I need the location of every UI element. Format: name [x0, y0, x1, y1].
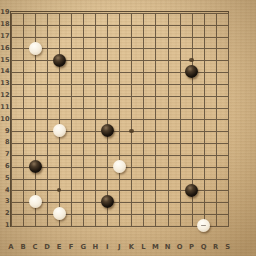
intersection[interactable] — [77, 7, 89, 19]
intersection[interactable] — [77, 19, 89, 31]
intersection[interactable] — [89, 113, 101, 125]
intersection[interactable] — [53, 172, 65, 184]
intersection[interactable] — [29, 19, 41, 31]
intersection[interactable] — [101, 196, 113, 208]
intersection[interactable] — [65, 220, 77, 232]
intersection[interactable] — [210, 113, 222, 125]
intersection[interactable] — [65, 125, 77, 137]
intersection[interactable] — [65, 172, 77, 184]
intersection[interactable] — [29, 149, 41, 161]
intersection[interactable] — [198, 90, 210, 102]
intersection[interactable] — [113, 208, 125, 220]
intersection[interactable] — [113, 172, 125, 184]
intersection[interactable] — [17, 149, 29, 161]
intersection[interactable] — [53, 7, 65, 19]
intersection[interactable] — [161, 54, 173, 66]
intersection[interactable] — [198, 137, 210, 149]
intersection[interactable] — [65, 66, 77, 78]
intersection[interactable] — [65, 78, 77, 90]
intersection[interactable] — [198, 220, 210, 232]
intersection[interactable] — [77, 208, 89, 220]
intersection[interactable] — [210, 137, 222, 149]
intersection[interactable] — [149, 30, 161, 42]
intersection[interactable] — [89, 149, 101, 161]
intersection[interactable] — [113, 42, 125, 54]
intersection[interactable] — [161, 125, 173, 137]
intersection[interactable] — [65, 137, 77, 149]
intersection[interactable] — [198, 196, 210, 208]
intersection[interactable] — [222, 19, 234, 31]
intersection[interactable] — [149, 19, 161, 31]
intersection[interactable] — [41, 184, 53, 196]
intersection[interactable] — [65, 90, 77, 102]
intersection[interactable] — [137, 7, 149, 19]
intersection[interactable] — [125, 184, 137, 196]
intersection[interactable] — [17, 113, 29, 125]
intersection[interactable] — [89, 220, 101, 232]
intersection[interactable] — [113, 78, 125, 90]
intersection[interactable] — [17, 78, 29, 90]
intersection[interactable] — [161, 196, 173, 208]
intersection[interactable] — [41, 161, 53, 173]
intersection[interactable] — [222, 66, 234, 78]
intersection[interactable] — [17, 7, 29, 19]
intersection[interactable] — [198, 172, 210, 184]
intersection[interactable] — [198, 161, 210, 173]
intersection[interactable] — [222, 196, 234, 208]
intersection[interactable] — [101, 220, 113, 232]
intersection[interactable] — [113, 30, 125, 42]
intersection[interactable] — [77, 42, 89, 54]
intersection[interactable] — [77, 149, 89, 161]
intersection[interactable] — [89, 54, 101, 66]
intersection[interactable] — [161, 113, 173, 125]
intersection[interactable] — [101, 208, 113, 220]
intersection[interactable] — [125, 161, 137, 173]
intersection[interactable] — [29, 125, 41, 137]
intersection[interactable] — [101, 90, 113, 102]
intersection[interactable] — [125, 90, 137, 102]
intersection[interactable] — [161, 101, 173, 113]
intersection[interactable] — [149, 220, 161, 232]
intersection[interactable] — [185, 196, 197, 208]
intersection[interactable] — [125, 220, 137, 232]
intersection[interactable] — [173, 125, 185, 137]
intersection[interactable] — [101, 125, 113, 137]
intersection[interactable] — [53, 42, 65, 54]
intersection[interactable] — [53, 184, 65, 196]
intersection[interactable] — [137, 220, 149, 232]
intersection[interactable] — [17, 196, 29, 208]
intersection[interactable] — [29, 172, 41, 184]
intersection[interactable] — [173, 172, 185, 184]
intersection[interactable] — [113, 161, 125, 173]
intersection[interactable] — [77, 54, 89, 66]
intersection[interactable] — [185, 113, 197, 125]
intersection[interactable] — [65, 113, 77, 125]
intersection[interactable] — [210, 54, 222, 66]
intersection[interactable] — [185, 125, 197, 137]
intersection[interactable] — [222, 90, 234, 102]
intersection[interactable] — [77, 66, 89, 78]
intersection[interactable] — [89, 42, 101, 54]
intersection[interactable] — [222, 101, 234, 113]
intersection[interactable] — [161, 7, 173, 19]
intersection[interactable] — [173, 19, 185, 31]
intersection[interactable] — [53, 149, 65, 161]
intersection[interactable] — [149, 172, 161, 184]
intersection[interactable] — [161, 30, 173, 42]
intersection[interactable] — [17, 172, 29, 184]
intersection[interactable] — [222, 42, 234, 54]
intersection[interactable] — [41, 90, 53, 102]
intersection[interactable] — [185, 161, 197, 173]
intersection[interactable] — [149, 42, 161, 54]
intersection[interactable] — [161, 161, 173, 173]
intersection[interactable] — [222, 208, 234, 220]
intersection[interactable] — [198, 42, 210, 54]
intersection[interactable] — [53, 113, 65, 125]
intersection[interactable] — [89, 66, 101, 78]
intersection[interactable] — [17, 66, 29, 78]
intersection[interactable] — [198, 113, 210, 125]
intersection[interactable] — [17, 161, 29, 173]
intersection[interactable] — [198, 66, 210, 78]
intersection[interactable] — [89, 208, 101, 220]
intersection[interactable] — [53, 54, 65, 66]
intersection[interactable] — [101, 101, 113, 113]
intersection[interactable] — [101, 7, 113, 19]
intersection[interactable] — [17, 220, 29, 232]
intersection[interactable] — [137, 125, 149, 137]
intersection[interactable] — [185, 90, 197, 102]
intersection[interactable] — [77, 184, 89, 196]
intersection[interactable] — [222, 184, 234, 196]
intersection[interactable] — [65, 30, 77, 42]
intersection[interactable] — [198, 30, 210, 42]
intersection[interactable] — [77, 113, 89, 125]
intersection[interactable] — [222, 7, 234, 19]
intersection[interactable] — [149, 113, 161, 125]
intersection[interactable] — [65, 196, 77, 208]
intersection[interactable] — [161, 66, 173, 78]
intersection[interactable] — [210, 125, 222, 137]
intersection[interactable] — [137, 42, 149, 54]
intersection[interactable] — [137, 66, 149, 78]
intersection[interactable] — [89, 137, 101, 149]
intersection[interactable] — [17, 101, 29, 113]
intersection[interactable] — [137, 113, 149, 125]
intersection[interactable] — [89, 196, 101, 208]
intersection[interactable] — [125, 54, 137, 66]
intersection[interactable] — [185, 137, 197, 149]
intersection[interactable] — [113, 125, 125, 137]
intersection[interactable] — [210, 66, 222, 78]
intersection[interactable] — [173, 137, 185, 149]
intersection[interactable] — [149, 66, 161, 78]
intersection[interactable] — [173, 7, 185, 19]
intersection[interactable] — [113, 196, 125, 208]
intersection[interactable] — [113, 113, 125, 125]
intersection[interactable] — [198, 149, 210, 161]
intersection[interactable] — [89, 7, 101, 19]
intersection[interactable] — [65, 54, 77, 66]
intersection[interactable] — [210, 42, 222, 54]
intersection[interactable] — [29, 196, 41, 208]
intersection[interactable] — [125, 137, 137, 149]
intersection[interactable] — [210, 196, 222, 208]
intersection[interactable] — [113, 149, 125, 161]
intersection[interactable] — [185, 220, 197, 232]
intersection[interactable] — [65, 101, 77, 113]
intersection[interactable] — [210, 30, 222, 42]
intersection[interactable] — [161, 42, 173, 54]
intersection[interactable] — [198, 19, 210, 31]
intersection[interactable] — [125, 42, 137, 54]
intersection[interactable] — [222, 220, 234, 232]
intersection[interactable] — [149, 101, 161, 113]
intersection[interactable] — [222, 78, 234, 90]
intersection[interactable] — [137, 184, 149, 196]
intersection[interactable] — [149, 161, 161, 173]
intersection[interactable] — [29, 7, 41, 19]
intersection[interactable] — [53, 78, 65, 90]
intersection[interactable] — [161, 137, 173, 149]
intersection[interactable] — [222, 113, 234, 125]
intersection[interactable] — [125, 78, 137, 90]
intersection[interactable] — [173, 66, 185, 78]
intersection[interactable] — [113, 137, 125, 149]
intersection[interactable] — [41, 30, 53, 42]
intersection[interactable] — [198, 7, 210, 19]
intersection[interactable] — [17, 90, 29, 102]
intersection[interactable] — [17, 208, 29, 220]
intersection[interactable] — [210, 90, 222, 102]
intersection[interactable] — [125, 66, 137, 78]
intersection[interactable] — [125, 7, 137, 19]
intersection[interactable] — [53, 220, 65, 232]
intersection[interactable] — [222, 30, 234, 42]
intersection[interactable] — [149, 54, 161, 66]
intersection[interactable] — [17, 42, 29, 54]
intersection[interactable] — [161, 220, 173, 232]
intersection[interactable] — [101, 30, 113, 42]
intersection[interactable] — [210, 149, 222, 161]
intersection[interactable] — [125, 113, 137, 125]
intersection[interactable] — [149, 208, 161, 220]
intersection[interactable] — [53, 196, 65, 208]
intersection[interactable] — [53, 161, 65, 173]
intersection[interactable] — [210, 220, 222, 232]
intersection[interactable] — [29, 137, 41, 149]
intersection[interactable] — [29, 90, 41, 102]
intersection[interactable] — [125, 172, 137, 184]
intersection[interactable] — [173, 196, 185, 208]
intersection[interactable] — [77, 78, 89, 90]
intersection[interactable] — [101, 172, 113, 184]
intersection[interactable] — [173, 54, 185, 66]
intersection[interactable] — [222, 172, 234, 184]
intersection[interactable] — [185, 208, 197, 220]
intersection[interactable] — [161, 208, 173, 220]
intersection[interactable] — [173, 78, 185, 90]
intersection[interactable] — [77, 137, 89, 149]
intersection[interactable] — [41, 149, 53, 161]
intersection[interactable] — [101, 54, 113, 66]
intersection[interactable] — [89, 30, 101, 42]
intersection[interactable] — [173, 220, 185, 232]
intersection[interactable] — [77, 101, 89, 113]
intersection[interactable] — [113, 184, 125, 196]
intersection[interactable] — [77, 90, 89, 102]
intersection[interactable] — [185, 149, 197, 161]
intersection[interactable] — [125, 208, 137, 220]
intersection[interactable] — [41, 54, 53, 66]
intersection[interactable] — [41, 101, 53, 113]
intersection[interactable] — [185, 54, 197, 66]
intersection[interactable] — [65, 184, 77, 196]
intersection[interactable] — [149, 196, 161, 208]
intersection[interactable] — [101, 66, 113, 78]
intersection[interactable] — [41, 196, 53, 208]
intersection[interactable] — [89, 90, 101, 102]
intersection[interactable] — [101, 149, 113, 161]
intersection[interactable] — [17, 54, 29, 66]
intersection[interactable] — [53, 90, 65, 102]
intersection[interactable] — [41, 172, 53, 184]
intersection[interactable] — [185, 66, 197, 78]
intersection[interactable] — [149, 90, 161, 102]
intersection[interactable] — [89, 101, 101, 113]
intersection[interactable] — [53, 66, 65, 78]
intersection[interactable] — [210, 7, 222, 19]
intersection[interactable] — [41, 125, 53, 137]
intersection[interactable] — [137, 78, 149, 90]
intersection[interactable] — [149, 137, 161, 149]
intersection[interactable] — [101, 184, 113, 196]
intersection[interactable] — [41, 7, 53, 19]
intersection[interactable] — [29, 208, 41, 220]
intersection[interactable] — [53, 19, 65, 31]
intersection[interactable] — [113, 7, 125, 19]
intersection[interactable] — [137, 149, 149, 161]
go-board[interactable] — [5, 7, 234, 232]
intersection[interactable] — [125, 101, 137, 113]
intersection[interactable] — [29, 101, 41, 113]
intersection[interactable] — [17, 30, 29, 42]
intersection[interactable] — [173, 113, 185, 125]
intersection[interactable] — [41, 137, 53, 149]
intersection[interactable] — [173, 184, 185, 196]
intersection[interactable] — [173, 42, 185, 54]
intersection[interactable] — [173, 208, 185, 220]
intersection[interactable] — [113, 19, 125, 31]
intersection[interactable] — [222, 137, 234, 149]
intersection[interactable] — [137, 196, 149, 208]
intersection[interactable] — [222, 125, 234, 137]
intersection[interactable] — [29, 113, 41, 125]
intersection[interactable] — [149, 184, 161, 196]
intersection[interactable] — [29, 30, 41, 42]
intersection[interactable] — [41, 220, 53, 232]
intersection[interactable] — [101, 137, 113, 149]
intersection[interactable] — [198, 184, 210, 196]
intersection[interactable] — [210, 161, 222, 173]
intersection[interactable] — [210, 208, 222, 220]
intersection[interactable] — [65, 161, 77, 173]
intersection[interactable] — [65, 208, 77, 220]
intersection[interactable] — [101, 78, 113, 90]
intersection[interactable] — [89, 161, 101, 173]
intersection[interactable] — [29, 42, 41, 54]
intersection[interactable] — [29, 66, 41, 78]
intersection[interactable] — [185, 19, 197, 31]
intersection[interactable] — [137, 90, 149, 102]
intersection[interactable] — [17, 19, 29, 31]
intersection[interactable] — [29, 220, 41, 232]
intersection[interactable] — [173, 101, 185, 113]
intersection[interactable] — [137, 172, 149, 184]
intersection[interactable] — [77, 196, 89, 208]
intersection[interactable] — [29, 54, 41, 66]
intersection[interactable] — [210, 184, 222, 196]
intersection[interactable] — [137, 19, 149, 31]
intersection[interactable] — [113, 90, 125, 102]
intersection[interactable] — [161, 184, 173, 196]
intersection[interactable] — [137, 208, 149, 220]
intersection[interactable] — [161, 19, 173, 31]
intersection[interactable] — [185, 30, 197, 42]
intersection[interactable] — [65, 7, 77, 19]
intersection[interactable] — [29, 161, 41, 173]
intersection[interactable] — [125, 149, 137, 161]
intersection[interactable] — [149, 149, 161, 161]
intersection[interactable] — [125, 30, 137, 42]
intersection[interactable] — [210, 19, 222, 31]
intersection[interactable] — [17, 184, 29, 196]
intersection[interactable] — [173, 149, 185, 161]
intersection[interactable] — [125, 125, 137, 137]
intersection[interactable] — [185, 7, 197, 19]
intersection[interactable] — [161, 149, 173, 161]
intersection[interactable] — [113, 66, 125, 78]
intersection[interactable] — [77, 220, 89, 232]
intersection[interactable] — [161, 90, 173, 102]
intersection[interactable] — [17, 125, 29, 137]
intersection[interactable] — [222, 161, 234, 173]
intersection[interactable] — [65, 42, 77, 54]
intersection[interactable] — [77, 30, 89, 42]
intersection[interactable] — [41, 19, 53, 31]
intersection[interactable] — [41, 208, 53, 220]
intersection[interactable] — [29, 78, 41, 90]
intersection[interactable] — [185, 172, 197, 184]
intersection[interactable] — [77, 125, 89, 137]
intersection[interactable] — [89, 19, 101, 31]
intersection[interactable] — [137, 30, 149, 42]
intersection[interactable] — [125, 196, 137, 208]
intersection[interactable] — [161, 78, 173, 90]
intersection[interactable] — [53, 137, 65, 149]
intersection[interactable] — [41, 113, 53, 125]
intersection[interactable] — [185, 101, 197, 113]
intersection[interactable] — [113, 54, 125, 66]
intersection[interactable] — [89, 125, 101, 137]
intersection[interactable] — [137, 137, 149, 149]
intersection[interactable] — [222, 54, 234, 66]
intersection[interactable] — [210, 172, 222, 184]
intersection[interactable] — [29, 184, 41, 196]
